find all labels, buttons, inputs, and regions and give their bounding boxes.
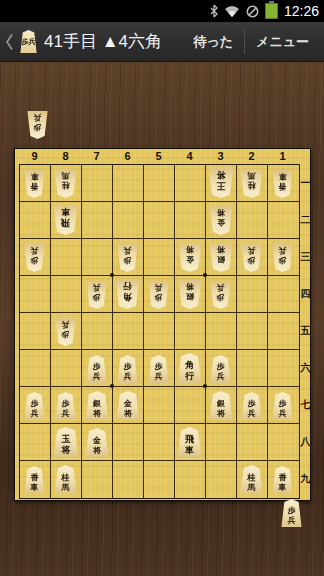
shogi-board: 987654321 一二三四五六七八九 香車桂馬王将桂馬香車飛車金将歩兵歩兵金将… [14, 148, 311, 501]
piece-kanji: 香 [31, 182, 39, 192]
rank-label: 二 [299, 201, 312, 238]
board-cell[interactable] [237, 424, 268, 461]
piece-kanji: 歩 [248, 256, 256, 266]
file-label: 1 [267, 149, 298, 164]
piece-kanji: 車 [279, 483, 287, 493]
piece-kanji: 行 [123, 281, 132, 292]
chevron-left-icon[interactable] [5, 33, 14, 51]
status-clock: 12:26 [284, 0, 319, 22]
piece-kanji: 馬 [62, 171, 70, 181]
action-bar: 歩兵 41手目 ▲4六角 待った メニュー [0, 22, 324, 62]
phone-screen: 12:26 歩兵 41手目 ▲4六角 待った メニュー 歩兵 987654321… [0, 0, 324, 576]
piece-kanji: 香 [279, 182, 287, 192]
file-label: 8 [50, 149, 81, 164]
piece-kanji: 馬 [248, 483, 256, 493]
piece-kanji: 兵 [155, 283, 163, 293]
board-cell[interactable] [82, 202, 113, 239]
piece-kanji: 兵 [31, 409, 39, 419]
piece-kanji: 車 [31, 172, 39, 182]
piece-kanji: 兵 [31, 246, 39, 256]
board-cell[interactable] [237, 350, 268, 387]
board-cell[interactable] [206, 424, 237, 461]
board-cell[interactable] [268, 202, 299, 239]
app-piece-icon[interactable]: 歩兵 [20, 30, 37, 53]
board-cell[interactable] [113, 313, 144, 350]
piece-kanji: 兵 [279, 409, 287, 419]
star-point [203, 384, 207, 388]
board-cell[interactable] [237, 276, 268, 313]
piece-kanji: 将 [186, 245, 194, 255]
piece-kanji: 行 [185, 371, 194, 382]
piece-kanji: 銀 [186, 292, 194, 302]
file-label: 5 [143, 149, 174, 164]
file-label: 7 [81, 149, 112, 164]
board-cell[interactable] [113, 165, 144, 202]
undo-button[interactable]: 待った [182, 22, 244, 62]
piece-kanji: 兵 [155, 372, 163, 382]
piece-kanji: 歩 [155, 293, 163, 303]
board-cell[interactable] [144, 202, 175, 239]
piece-kanji: 兵 [217, 372, 225, 382]
piece-kanji: 車 [279, 172, 287, 182]
board-cell[interactable] [175, 202, 206, 239]
board-cell[interactable] [51, 350, 82, 387]
no-signal-icon [246, 5, 259, 18]
piece-kanji: 将 [93, 409, 101, 419]
star-point [110, 384, 114, 388]
piece-kanji: 兵 [124, 246, 132, 256]
board-cell[interactable] [82, 313, 113, 350]
status-bar: 12:26 [0, 0, 324, 22]
piece-kanji: 将 [217, 170, 226, 181]
piece-kanji: 将 [217, 245, 225, 255]
piece-kanji: 兵 [124, 372, 132, 382]
piece-kanji: 兵 [217, 283, 225, 293]
board-cell[interactable] [113, 424, 144, 461]
board-cell[interactable] [268, 276, 299, 313]
file-label: 4 [174, 149, 205, 164]
board-cell[interactable] [113, 461, 144, 498]
board-cell[interactable] [51, 276, 82, 313]
file-label: 6 [112, 149, 143, 164]
piece-kanji: 将 [217, 409, 225, 419]
board-cell[interactable] [51, 239, 82, 276]
rank-label: 一 [299, 164, 312, 201]
wifi-icon [224, 5, 240, 18]
piece-kanji: 兵 [288, 516, 296, 526]
piece-kanji: 車 [31, 483, 39, 493]
menu-button[interactable]: メニュー [245, 22, 320, 62]
piece-kanji: 桂 [62, 181, 70, 191]
board-cell[interactable] [144, 165, 175, 202]
file-label: 2 [236, 149, 267, 164]
piece-kanji: 将 [186, 282, 194, 292]
board-cell[interactable] [20, 313, 51, 350]
file-coordinates: 987654321 [19, 149, 300, 164]
piece-kanji: 王 [217, 181, 226, 192]
piece-kanji: 歩 [31, 256, 39, 266]
piece-kanji: 兵 [34, 113, 42, 123]
board-cell[interactable] [144, 424, 175, 461]
piece-kanji: 金 [217, 218, 225, 228]
piece-kanji: 歩 [124, 256, 132, 266]
piece-kanji: 金 [186, 255, 194, 265]
piece-kanji: 玉 [62, 434, 71, 445]
board-cell[interactable] [237, 313, 268, 350]
piece-kanji: 兵 [62, 409, 70, 419]
board-cell[interactable] [175, 461, 206, 498]
rank-label: 六 [299, 349, 312, 386]
piece-kanji: 飛 [185, 434, 194, 445]
star-point [203, 273, 207, 277]
piece-kanji: 角 [123, 292, 132, 303]
board-cell[interactable] [20, 202, 51, 239]
move-title: 41手目 ▲4六角 [44, 30, 182, 53]
rank-label: 四 [299, 275, 312, 312]
board-cell[interactable] [144, 239, 175, 276]
file-label: 9 [19, 149, 50, 164]
piece-kanji: 車 [185, 445, 194, 456]
piece-kanji: 兵 [93, 283, 101, 293]
board-cell[interactable] [268, 424, 299, 461]
board-cell[interactable] [144, 387, 175, 424]
board-cell[interactable] [206, 461, 237, 498]
piece-kanji: 桂 [248, 181, 256, 191]
rank-label: 三 [299, 238, 312, 275]
board-cell[interactable] [237, 202, 268, 239]
bluetooth-icon [210, 4, 218, 18]
board-cell[interactable] [82, 239, 113, 276]
piece-kanji: 兵 [248, 409, 256, 419]
play-area: 歩兵 987654321 一二三四五六七八九 香車桂馬王将桂馬香車飛車金将歩兵歩… [0, 62, 324, 576]
board-cell[interactable] [144, 313, 175, 350]
battery-icon [265, 3, 278, 19]
piece-kanji: 角 [185, 360, 194, 371]
board-cell[interactable] [268, 313, 299, 350]
piece-kanji: 将 [62, 445, 71, 456]
piece-kanji: 歩 [62, 330, 70, 340]
board-cell[interactable] [82, 461, 113, 498]
rank-label: 五 [299, 312, 312, 349]
piece-kanji: 将 [124, 409, 132, 419]
board-cell[interactable] [206, 313, 237, 350]
shogi-piece-sente[interactable]: 歩兵 [281, 499, 302, 527]
rank-coordinates: 一二三四五六七八九 [299, 164, 312, 497]
shogi-piece-gote[interactable]: 歩兵 [27, 111, 48, 139]
piece-kanji: 兵 [93, 372, 101, 382]
rank-label: 九 [299, 460, 312, 497]
piece-kanji: 馬 [248, 171, 256, 181]
board-cell[interactable] [20, 424, 51, 461]
piece-kanji: 銀 [217, 255, 225, 265]
piece-kanji: 兵 [62, 320, 70, 330]
board-cell[interactable] [20, 350, 51, 387]
board-cell[interactable] [20, 276, 51, 313]
piece-kanji: 歩 [93, 293, 101, 303]
piece-kanji: 兵 [248, 246, 256, 256]
board-cell[interactable] [268, 350, 299, 387]
piece-kanji: 将 [217, 208, 225, 218]
piece-kanji: 歩 [279, 256, 287, 266]
board-cell[interactable] [175, 165, 206, 202]
board-cell[interactable] [175, 313, 206, 350]
piece-kanji: 馬 [62, 483, 70, 493]
piece-kanji: 飛 [61, 218, 70, 229]
piece-kanji: 兵 [279, 246, 287, 256]
board-cell[interactable] [175, 387, 206, 424]
rank-label: 七 [299, 386, 312, 423]
piece-kanji: 歩 [217, 293, 225, 303]
star-point [110, 273, 114, 277]
rank-label: 八 [299, 423, 312, 460]
file-label: 3 [205, 149, 236, 164]
piece-kanji: 将 [93, 446, 101, 456]
board-cell[interactable] [82, 165, 113, 202]
piece-kanji: 車 [61, 207, 70, 218]
board-cell[interactable] [113, 202, 144, 239]
board-cell[interactable] [144, 461, 175, 498]
piece-kanji: 歩 [34, 123, 42, 133]
